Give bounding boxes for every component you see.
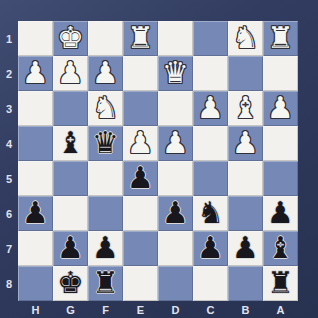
black-pawn-icon: ♟	[22, 195, 49, 230]
square-e4[interactable]: ♟	[123, 126, 158, 161]
square-h2[interactable]: ♟	[18, 56, 53, 91]
black-bishop-icon: ♝	[267, 230, 294, 265]
square-c7[interactable]: ♟	[193, 231, 228, 266]
black-pawn-icon: ♟	[57, 230, 84, 265]
square-e2[interactable]	[123, 56, 158, 91]
white-pawn-icon: ♟	[57, 55, 84, 90]
square-f4[interactable]: ♛	[88, 126, 123, 161]
square-g8[interactable]: ♚	[53, 266, 88, 301]
white-pawn-icon: ♟	[232, 125, 259, 160]
square-b3[interactable]: ♝	[228, 91, 263, 126]
square-b7[interactable]: ♟	[228, 231, 263, 266]
square-b6[interactable]	[228, 196, 263, 231]
square-d8[interactable]	[158, 266, 193, 301]
square-g1[interactable]: ♚	[53, 21, 88, 56]
square-h7[interactable]	[18, 231, 53, 266]
square-h3[interactable]	[18, 91, 53, 126]
square-d3[interactable]	[158, 91, 193, 126]
square-c1[interactable]	[193, 21, 228, 56]
square-a5[interactable]	[263, 161, 298, 196]
file-label-f: F	[88, 301, 123, 318]
square-f1[interactable]	[88, 21, 123, 56]
square-f6[interactable]	[88, 196, 123, 231]
white-king-icon: ♚	[57, 20, 84, 55]
black-pawn-icon: ♟	[267, 195, 294, 230]
square-a4[interactable]	[263, 126, 298, 161]
board: ♚♜♞♜♟♟♟♛♞♟♝♟♝♛♟♟♟♟♟♟♞♟♟♟♟♟♝♚♜♜	[18, 21, 298, 301]
black-king-icon: ♚	[57, 265, 84, 300]
black-pawn-icon: ♟	[127, 160, 154, 195]
file-label-d: D	[158, 301, 193, 318]
square-c5[interactable]	[193, 161, 228, 196]
white-pawn-icon: ♟	[197, 90, 224, 125]
square-e8[interactable]	[123, 266, 158, 301]
square-h1[interactable]	[18, 21, 53, 56]
file-label-h: H	[18, 301, 53, 318]
square-f3[interactable]: ♞	[88, 91, 123, 126]
square-d6[interactable]: ♟	[158, 196, 193, 231]
square-b4[interactable]: ♟	[228, 126, 263, 161]
file-label-b: B	[228, 301, 263, 318]
rank-label-7: 7	[0, 231, 18, 266]
square-e1[interactable]: ♜	[123, 21, 158, 56]
white-knight-icon: ♞	[92, 90, 119, 125]
square-h6[interactable]: ♟	[18, 196, 53, 231]
square-h8[interactable]	[18, 266, 53, 301]
black-knight-icon: ♞	[197, 195, 224, 230]
black-rook-icon: ♜	[267, 265, 294, 300]
square-e7[interactable]	[123, 231, 158, 266]
square-a3[interactable]: ♟	[263, 91, 298, 126]
white-pawn-icon: ♟	[127, 125, 154, 160]
file-label-g: G	[53, 301, 88, 318]
square-b5[interactable]	[228, 161, 263, 196]
square-g3[interactable]	[53, 91, 88, 126]
rank-label-2: 2	[0, 56, 18, 91]
square-d4[interactable]: ♟	[158, 126, 193, 161]
rank-label-4: 4	[0, 126, 18, 161]
square-c3[interactable]: ♟	[193, 91, 228, 126]
rank-label-1: 1	[0, 21, 18, 56]
white-rook-icon: ♜	[267, 20, 294, 55]
square-a2[interactable]	[263, 56, 298, 91]
black-pawn-icon: ♟	[232, 230, 259, 265]
square-c6[interactable]: ♞	[193, 196, 228, 231]
square-g4[interactable]: ♝	[53, 126, 88, 161]
rank-label-6: 6	[0, 196, 18, 231]
white-rook-icon: ♜	[127, 20, 154, 55]
white-queen-icon: ♛	[162, 55, 189, 90]
square-d1[interactable]	[158, 21, 193, 56]
file-labels: HGFEDCBA	[18, 301, 298, 318]
square-e5[interactable]: ♟	[123, 161, 158, 196]
square-e3[interactable]	[123, 91, 158, 126]
rank-label-5: 5	[0, 161, 18, 196]
white-bishop-icon: ♝	[232, 90, 259, 125]
rank-label-3: 3	[0, 91, 18, 126]
square-a6[interactable]: ♟	[263, 196, 298, 231]
rank-labels: 12345678	[0, 21, 18, 301]
square-f5[interactable]	[88, 161, 123, 196]
square-b1[interactable]: ♞	[228, 21, 263, 56]
square-g2[interactable]: ♟	[53, 56, 88, 91]
black-queen-icon: ♛	[92, 125, 119, 160]
white-pawn-icon: ♟	[162, 125, 189, 160]
square-f2[interactable]: ♟	[88, 56, 123, 91]
square-c8[interactable]	[193, 266, 228, 301]
black-pawn-icon: ♟	[92, 230, 119, 265]
square-g7[interactable]: ♟	[53, 231, 88, 266]
square-f7[interactable]: ♟	[88, 231, 123, 266]
square-c4[interactable]	[193, 126, 228, 161]
white-pawn-icon: ♟	[22, 55, 49, 90]
square-h4[interactable]	[18, 126, 53, 161]
file-label-c: C	[193, 301, 228, 318]
black-pawn-icon: ♟	[162, 195, 189, 230]
square-a7[interactable]: ♝	[263, 231, 298, 266]
white-pawn-icon: ♟	[267, 90, 294, 125]
square-d5[interactable]	[158, 161, 193, 196]
white-knight-icon: ♞	[232, 20, 259, 55]
square-d7[interactable]	[158, 231, 193, 266]
square-a8[interactable]: ♜	[263, 266, 298, 301]
square-g5[interactable]	[53, 161, 88, 196]
square-c2[interactable]	[193, 56, 228, 91]
square-a1[interactable]: ♜	[263, 21, 298, 56]
black-rook-icon: ♜	[92, 265, 119, 300]
square-g6[interactable]	[53, 196, 88, 231]
chess-board-diagram: 12345678 ♚♜♞♜♟♟♟♛♞♟♝♟♝♛♟♟♟♟♟♟♞♟♟♟♟♟♝♚♜♜ …	[0, 0, 318, 318]
rank-label-8: 8	[0, 266, 18, 301]
square-h5[interactable]	[18, 161, 53, 196]
square-b2[interactable]	[228, 56, 263, 91]
square-e6[interactable]	[123, 196, 158, 231]
square-d2[interactable]: ♛	[158, 56, 193, 91]
square-b8[interactable]	[228, 266, 263, 301]
black-pawn-icon: ♟	[197, 230, 224, 265]
file-label-e: E	[123, 301, 158, 318]
black-bishop-icon: ♝	[57, 125, 84, 160]
square-f8[interactable]: ♜	[88, 266, 123, 301]
white-pawn-icon: ♟	[92, 55, 119, 90]
file-label-a: A	[263, 301, 298, 318]
